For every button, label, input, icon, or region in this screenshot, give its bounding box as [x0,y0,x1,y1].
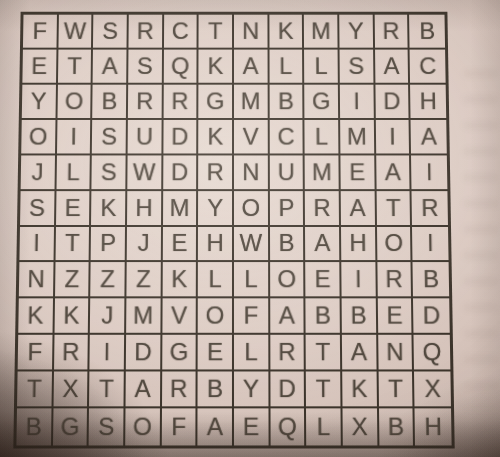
cell-r7c2[interactable]: T [55,227,91,263]
cell-r9c7[interactable]: F [234,299,270,335]
cell-r12c2[interactable]: G [53,408,90,445]
cell-r7c8[interactable]: B [270,227,306,263]
cell-r9c3[interactable]: J [90,299,126,335]
cell-r3c11[interactable]: D [375,85,411,120]
cell-r6c2[interactable]: E [56,191,92,227]
cell-r5c11[interactable]: A [376,155,412,191]
cell-r4c9[interactable]: L [305,120,341,155]
cell-r6c11[interactable]: T [376,191,412,227]
cell-r4c2[interactable]: I [57,120,93,155]
cell-r11c12[interactable]: X [414,372,451,409]
cell-r12c8[interactable]: Q [270,408,306,445]
cell-r5c6[interactable]: R [198,155,234,191]
cell-r2c1[interactable]: E [22,50,58,85]
cell-r1c6[interactable]: T [199,15,234,50]
cell-r4c1[interactable]: O [21,120,57,155]
cell-r10c6[interactable]: E [198,335,234,372]
cell-r8c3[interactable]: Z [91,262,127,298]
cell-r11c3[interactable]: T [89,372,125,409]
cell-r2c7[interactable]: A [234,50,269,85]
cell-r4c5[interactable]: D [163,120,199,155]
cell-r3c7[interactable]: M [234,85,269,120]
page-photo: FWSRCTNKMYRBETASQKALLSACYOBRRGMBGIDHOISU… [0,0,500,457]
cell-r9c8[interactable]: A [270,299,306,335]
cell-r4c3[interactable]: S [92,120,128,155]
cell-r11c7[interactable]: Y [234,372,270,409]
cell-r3c1[interactable]: Y [22,85,58,120]
cell-r6c3[interactable]: K [91,191,127,227]
cell-r7c9[interactable]: A [305,227,341,263]
cell-r6c8[interactable]: P [270,191,306,227]
cell-r9c1[interactable]: K [18,299,54,335]
cell-r12c9[interactable]: L [306,408,342,445]
cell-r8c10[interactable]: I [341,262,377,298]
cell-r1c3[interactable]: S [93,15,128,50]
cell-r9c10[interactable]: B [342,299,378,335]
cell-r5c4[interactable]: W [127,155,163,191]
cell-r9c11[interactable]: E [377,299,413,335]
cell-r2c11[interactable]: A [375,50,411,85]
cell-r4c7[interactable]: V [234,120,269,155]
cell-r11c9[interactable]: T [306,372,342,409]
cell-r10c1[interactable]: F [18,335,55,372]
cell-r9c9[interactable]: B [306,299,342,335]
cell-r4c11[interactable]: I [375,120,411,155]
cell-r5c1[interactable]: J [21,155,57,191]
cell-r10c3[interactable]: I [90,335,126,372]
cell-r10c2[interactable]: R [54,335,90,372]
cell-r8c11[interactable]: R [377,262,413,298]
cell-r7c6[interactable]: H [198,227,234,263]
cell-r5c12[interactable]: I [411,155,447,191]
cell-r6c9[interactable]: R [305,191,341,227]
cell-r2c5[interactable]: Q [163,50,198,85]
cell-r12c10[interactable]: X [343,408,380,445]
cell-r3c6[interactable]: G [199,85,234,120]
cell-r9c2[interactable]: K [54,299,90,335]
cell-r1c9[interactable]: M [304,15,339,50]
cell-r4c12[interactable]: A [411,120,447,155]
cell-r11c8[interactable]: D [270,372,306,409]
cell-r8c9[interactable]: E [306,262,342,298]
cell-r11c4[interactable]: A [125,372,161,409]
cell-r7c5[interactable]: E [162,227,198,263]
word-search-board: FWSRCTNKMYRBETASQKALLSACYOBRRGMBGIDHOISU… [13,12,454,449]
cell-r1c5[interactable]: C [164,15,199,50]
cell-r12c7[interactable]: E [234,408,270,445]
cell-r10c7[interactable]: L [234,335,270,372]
cell-r3c5[interactable]: R [163,85,198,120]
cell-r2c3[interactable]: A [93,50,129,85]
cell-r12c12[interactable]: H [415,408,452,445]
cell-r3c12[interactable]: H [410,85,446,120]
cell-r7c12[interactable]: I [412,227,448,263]
cell-r4c6[interactable]: K [199,120,234,155]
cell-r1c7[interactable]: N [234,15,269,50]
cell-r6c5[interactable]: M [163,191,199,227]
cell-r1c2[interactable]: W [58,15,94,50]
cell-r1c12[interactable]: B [409,15,445,50]
cell-r9c12[interactable]: D [413,299,449,335]
cell-r6c1[interactable]: S [20,191,56,227]
cell-r12c1[interactable]: B [16,408,53,445]
cell-r6c4[interactable]: H [127,191,163,227]
cell-r2c4[interactable]: S [128,50,163,85]
cell-r4c4[interactable]: U [128,120,164,155]
cell-r3c4[interactable]: R [128,85,164,120]
cell-r7c1[interactable]: I [19,227,55,263]
cell-r6c6[interactable]: Y [198,191,234,227]
cell-r2c12[interactable]: C [410,50,446,85]
cell-r11c10[interactable]: K [342,372,378,409]
cell-r11c6[interactable]: B [198,372,234,409]
cell-r8c12[interactable]: B [413,262,449,298]
cell-r8c7[interactable]: L [234,262,270,298]
cell-r2c9[interactable]: L [304,50,339,85]
cell-r11c2[interactable]: X [53,372,90,409]
cell-r5c10[interactable]: E [340,155,376,191]
cell-r7c11[interactable]: O [377,227,413,263]
cell-r5c5[interactable]: D [163,155,199,191]
cell-r5c9[interactable]: M [305,155,341,191]
cell-r12c11[interactable]: B [379,408,416,445]
cell-r8c2[interactable]: Z [55,262,91,298]
cell-r11c11[interactable]: T [378,372,415,409]
cell-r10c5[interactable]: G [162,335,198,372]
cell-r9c4[interactable]: M [126,299,162,335]
cell-r12c4[interactable]: O [125,408,161,445]
cell-r10c12[interactable]: Q [414,335,451,372]
cell-r2c8[interactable]: L [269,50,304,85]
cell-r7c3[interactable]: P [91,227,127,263]
cell-r12c6[interactable]: A [198,408,234,445]
cell-r5c3[interactable]: S [92,155,128,191]
cell-r2c6[interactable]: K [199,50,234,85]
cell-r8c8[interactable]: O [270,262,306,298]
cell-r8c4[interactable]: Z [126,262,162,298]
cell-r1c1[interactable]: F [23,15,59,50]
cell-r3c10[interactable]: I [340,85,376,120]
cell-r6c10[interactable]: A [341,191,377,227]
cell-r3c8[interactable]: B [269,85,304,120]
cell-r6c7[interactable]: O [234,191,270,227]
cell-r10c9[interactable]: T [306,335,342,372]
cell-r7c4[interactable]: J [127,227,163,263]
cell-r2c10[interactable]: S [340,50,376,85]
cell-r7c10[interactable]: H [341,227,377,263]
cell-r10c11[interactable]: N [378,335,414,372]
cell-r10c4[interactable]: D [126,335,162,372]
cell-r5c2[interactable]: L [56,155,92,191]
cell-r9c6[interactable]: O [198,299,234,335]
cell-r6c12[interactable]: R [412,191,448,227]
cell-r1c8[interactable]: K [269,15,304,50]
cell-r2c2[interactable]: T [58,50,94,85]
cell-r12c5[interactable]: F [161,408,197,445]
cell-r9c5[interactable]: V [162,299,198,335]
cell-r1c10[interactable]: Y [339,15,374,50]
cell-r10c10[interactable]: A [342,335,378,372]
cell-r1c4[interactable]: R [128,15,163,50]
cell-r3c3[interactable]: B [93,85,129,120]
cell-r4c10[interactable]: M [340,120,376,155]
cell-r3c2[interactable]: O [57,85,93,120]
cell-r3c9[interactable]: G [305,85,341,120]
cell-r10c8[interactable]: R [270,335,306,372]
cell-r11c5[interactable]: R [162,372,198,409]
cell-r4c8[interactable]: C [269,120,305,155]
cell-r8c1[interactable]: N [19,262,55,298]
page-showthrough-marks [464,70,498,410]
cell-r11c1[interactable]: T [17,372,54,409]
cell-r5c8[interactable]: U [269,155,305,191]
cell-r5c7[interactable]: N [234,155,270,191]
cell-r7c7[interactable]: W [234,227,270,263]
cell-r12c3[interactable]: S [89,408,126,445]
cell-r1c11[interactable]: R [374,15,410,50]
cell-r8c5[interactable]: K [162,262,198,298]
cell-r8c6[interactable]: L [198,262,234,298]
